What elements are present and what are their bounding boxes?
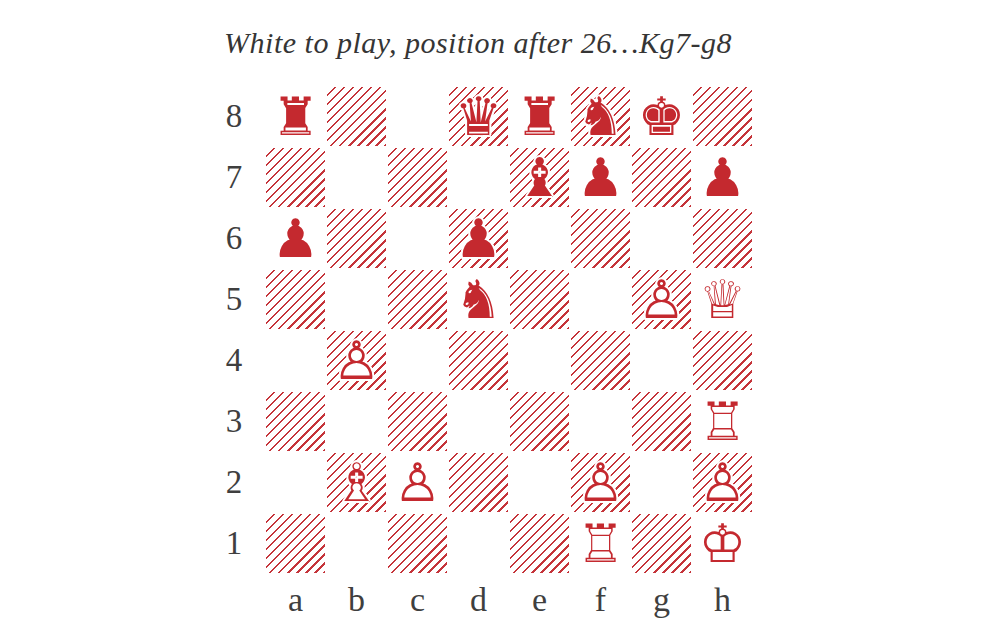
square-h5[interactable]: ♛♕ <box>692 269 753 330</box>
square-c6[interactable] <box>387 208 448 269</box>
square-c7[interactable] <box>387 147 448 208</box>
square-a8[interactable]: ♜♜ <box>265 86 326 147</box>
square-a1[interactable] <box>265 513 326 574</box>
rank-label-7: 7 <box>214 147 254 208</box>
square-h3[interactable]: ♜♖ <box>692 391 753 452</box>
white-rook-icon: ♖ <box>692 391 753 452</box>
rank-label-6: 6 <box>214 208 254 269</box>
square-f3[interactable] <box>570 391 631 452</box>
rank-label-2: 2 <box>214 452 254 513</box>
piece-black-knight: ♞♞ <box>570 86 631 147</box>
square-e6[interactable] <box>509 208 570 269</box>
white-rook-icon: ♖ <box>570 513 631 574</box>
square-c2[interactable]: ♟♙ <box>387 452 448 513</box>
square-f6[interactable] <box>570 208 631 269</box>
square-f8[interactable]: ♞♞ <box>570 86 631 147</box>
square-d2[interactable] <box>448 452 509 513</box>
square-e3[interactable] <box>509 391 570 452</box>
square-b3[interactable] <box>326 391 387 452</box>
square-f7[interactable]: ♟♟ <box>570 147 631 208</box>
square-g4[interactable] <box>631 330 692 391</box>
square-d5[interactable]: ♞♞ <box>448 269 509 330</box>
white-queen-icon: ♕ <box>692 269 753 330</box>
rank-label-4: 4 <box>214 330 254 391</box>
square-g3[interactable] <box>631 391 692 452</box>
black-rook-icon: ♜ <box>509 86 570 147</box>
square-a6[interactable]: ♟♟ <box>265 208 326 269</box>
white-pawn-icon: ♙ <box>326 330 387 391</box>
file-label-c: c <box>387 577 448 623</box>
square-a4[interactable] <box>265 330 326 391</box>
file-label-g: g <box>631 577 692 623</box>
file-label-h: h <box>692 577 753 623</box>
piece-white-bishop: ♝♗ <box>326 452 387 513</box>
piece-white-pawn: ♟♙ <box>631 269 692 330</box>
square-h2[interactable]: ♟♙ <box>692 452 753 513</box>
board: ♜♜♛♛♜♜♞♞♚♚♝♝♟♟♟♟♟♟♟♟♞♞♟♙♛♕♟♙♜♖♝♗♟♙♟♙♟♙♜♖… <box>265 86 753 574</box>
piece-white-pawn: ♟♙ <box>387 452 448 513</box>
square-c5[interactable] <box>387 269 448 330</box>
piece-black-pawn: ♟♟ <box>692 147 753 208</box>
square-e4[interactable] <box>509 330 570 391</box>
rank-label-5: 5 <box>214 269 254 330</box>
piece-white-rook: ♜♖ <box>692 391 753 452</box>
square-b2[interactable]: ♝♗ <box>326 452 387 513</box>
piece-black-bishop: ♝♝ <box>509 147 570 208</box>
square-h4[interactable] <box>692 330 753 391</box>
square-a7[interactable] <box>265 147 326 208</box>
piece-white-pawn: ♟♙ <box>326 330 387 391</box>
square-g6[interactable] <box>631 208 692 269</box>
white-pawn-icon: ♙ <box>570 452 631 513</box>
square-c8[interactable] <box>387 86 448 147</box>
square-b1[interactable] <box>326 513 387 574</box>
file-label-b: b <box>326 577 387 623</box>
piece-black-pawn: ♟♟ <box>570 147 631 208</box>
black-bishop-icon: ♝ <box>509 147 570 208</box>
square-d6[interactable]: ♟♟ <box>448 208 509 269</box>
piece-black-king: ♚♚ <box>631 86 692 147</box>
diagram-title: White to play, position after 26…Kg7-g8 <box>0 26 956 60</box>
square-g7[interactable] <box>631 147 692 208</box>
white-pawn-icon: ♙ <box>631 269 692 330</box>
square-e7[interactable]: ♝♝ <box>509 147 570 208</box>
file-label-f: f <box>570 577 631 623</box>
chess-diagram-page: White to play, position after 26…Kg7-g8 … <box>0 0 1000 642</box>
black-pawn-icon: ♟ <box>265 208 326 269</box>
black-knight-icon: ♞ <box>448 269 509 330</box>
file-label-a: a <box>265 577 326 623</box>
square-h7[interactable]: ♟♟ <box>692 147 753 208</box>
piece-white-pawn: ♟♙ <box>570 452 631 513</box>
black-pawn-icon: ♟ <box>570 147 631 208</box>
square-d8[interactable]: ♛♛ <box>448 86 509 147</box>
white-bishop-icon: ♗ <box>326 452 387 513</box>
square-c4[interactable] <box>387 330 448 391</box>
square-e8[interactable]: ♜♜ <box>509 86 570 147</box>
square-g8[interactable]: ♚♚ <box>631 86 692 147</box>
square-a5[interactable] <box>265 269 326 330</box>
square-e2[interactable] <box>509 452 570 513</box>
rank-label-1: 1 <box>214 513 254 574</box>
black-pawn-icon: ♟ <box>448 208 509 269</box>
square-d3[interactable] <box>448 391 509 452</box>
square-b8[interactable] <box>326 86 387 147</box>
square-g1[interactable] <box>631 513 692 574</box>
piece-white-pawn: ♟♙ <box>692 452 753 513</box>
square-f1[interactable]: ♜♖ <box>570 513 631 574</box>
piece-black-pawn: ♟♟ <box>448 208 509 269</box>
square-f4[interactable] <box>570 330 631 391</box>
square-f2[interactable]: ♟♙ <box>570 452 631 513</box>
square-h6[interactable] <box>692 208 753 269</box>
black-pawn-icon: ♟ <box>692 147 753 208</box>
square-e1[interactable] <box>509 513 570 574</box>
piece-black-rook: ♜♜ <box>509 86 570 147</box>
rank-label-8: 8 <box>214 86 254 147</box>
piece-white-king: ♚♔ <box>692 513 753 574</box>
file-label-e: e <box>509 577 570 623</box>
square-e5[interactable] <box>509 269 570 330</box>
piece-black-knight: ♞♞ <box>448 269 509 330</box>
square-b7[interactable] <box>326 147 387 208</box>
square-b5[interactable] <box>326 269 387 330</box>
square-g2[interactable] <box>631 452 692 513</box>
piece-white-rook: ♜♖ <box>570 513 631 574</box>
square-f5[interactable] <box>570 269 631 330</box>
piece-black-queen: ♛♛ <box>448 86 509 147</box>
square-b6[interactable] <box>326 208 387 269</box>
black-king-icon: ♚ <box>631 86 692 147</box>
square-d7[interactable] <box>448 147 509 208</box>
square-c1[interactable] <box>387 513 448 574</box>
square-a3[interactable] <box>265 391 326 452</box>
white-pawn-icon: ♙ <box>387 452 448 513</box>
piece-white-queen: ♛♕ <box>692 269 753 330</box>
piece-black-rook: ♜♜ <box>265 86 326 147</box>
square-h1[interactable]: ♚♔ <box>692 513 753 574</box>
file-label-d: d <box>448 577 509 623</box>
square-c3[interactable] <box>387 391 448 452</box>
square-a2[interactable] <box>265 452 326 513</box>
square-d4[interactable] <box>448 330 509 391</box>
rank-label-3: 3 <box>214 391 254 452</box>
black-queen-icon: ♛ <box>448 86 509 147</box>
file-labels: abcdefgh <box>265 577 753 623</box>
black-rook-icon: ♜ <box>265 86 326 147</box>
piece-black-pawn: ♟♟ <box>265 208 326 269</box>
rank-labels: 87654321 <box>214 86 254 574</box>
white-pawn-icon: ♙ <box>692 452 753 513</box>
square-g5[interactable]: ♟♙ <box>631 269 692 330</box>
square-d1[interactable] <box>448 513 509 574</box>
black-knight-icon: ♞ <box>570 86 631 147</box>
square-b4[interactable]: ♟♙ <box>326 330 387 391</box>
white-king-icon: ♔ <box>692 513 753 574</box>
square-h8[interactable] <box>692 86 753 147</box>
